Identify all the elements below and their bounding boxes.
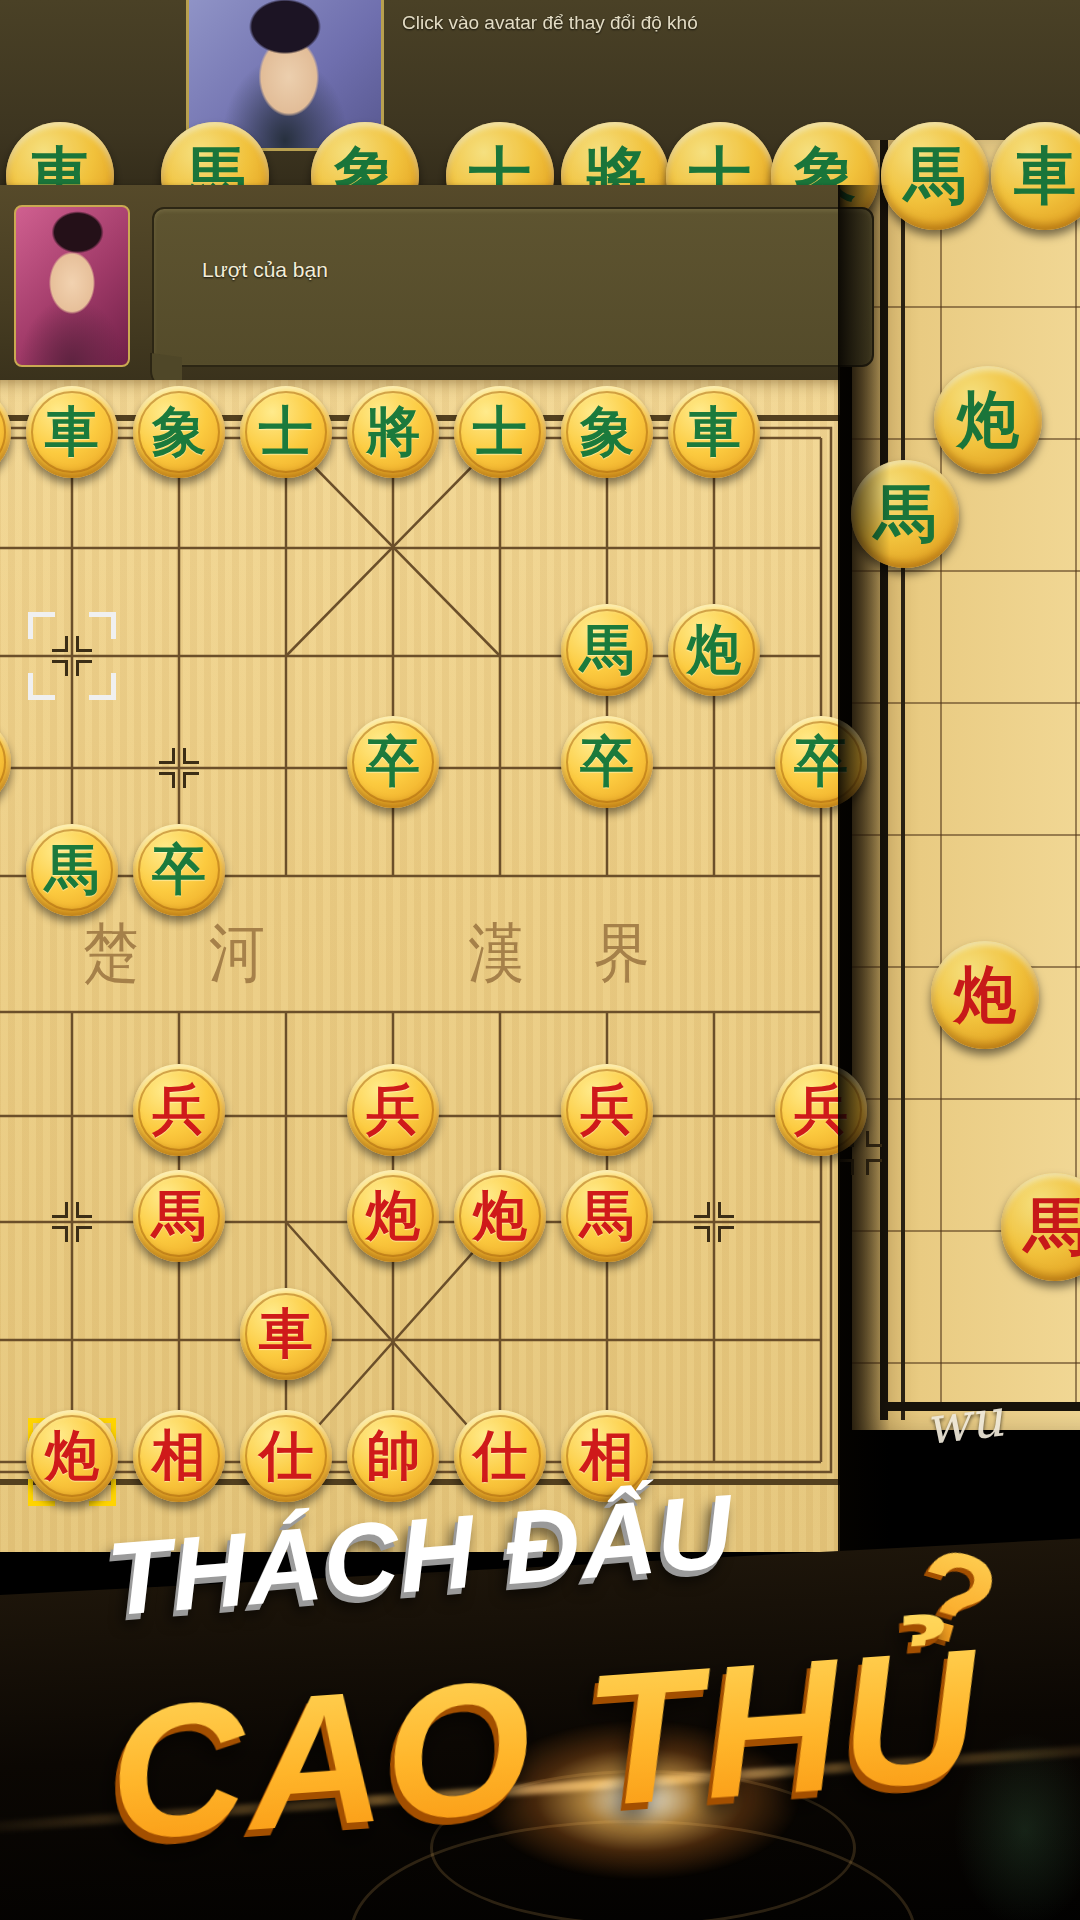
- piece-black-象[interactable]: 象: [133, 386, 225, 478]
- piece-black-馬[interactable]: 馬: [561, 604, 653, 696]
- piece-red-兵[interactable]: 兵: [561, 1064, 653, 1156]
- river-label-right: 漢 界: [468, 910, 676, 997]
- player-avatar[interactable]: [14, 205, 130, 367]
- point-marker: [52, 1202, 92, 1242]
- piece-black-炮[interactable]: 炮: [668, 604, 760, 696]
- turn-bubble-text: Lượt của bạn: [202, 258, 328, 282]
- piece-black-卒[interactable]: 卒: [133, 824, 225, 916]
- piece-red-車[interactable]: 車: [240, 1288, 332, 1380]
- piece-red-馬[interactable]: 馬: [133, 1170, 225, 1262]
- piece-red-炮[interactable]: 炮: [454, 1170, 546, 1262]
- piece-black-士[interactable]: 士: [240, 386, 332, 478]
- piece-black-象[interactable]: 象: [561, 386, 653, 478]
- xiangqi-board[interactable]: 楚 河 漢 界 炮車象士將士象車馬炮卒卒卒卒馬卒兵兵兵兵馬炮炮馬車炮相仕帥仕相: [0, 380, 840, 1552]
- piece-red-兵[interactable]: 兵: [133, 1064, 225, 1156]
- piece-black-士[interactable]: 士: [454, 386, 546, 478]
- background-board-border-inner: [901, 140, 905, 1420]
- piece-red-帥[interactable]: 帥: [347, 1410, 439, 1502]
- background-piece-red-炮: 炮: [931, 941, 1039, 1049]
- piece-red-相[interactable]: 相: [133, 1410, 225, 1502]
- piece-red-炮[interactable]: 炮: [26, 1410, 118, 1502]
- piece-red-兵[interactable]: 兵: [347, 1064, 439, 1156]
- hint-bubble-text: Click vào avatar để thay đổi độ khó: [402, 12, 698, 34]
- last-move-from-highlight: [28, 612, 116, 700]
- piece-red-炮[interactable]: 炮: [347, 1170, 439, 1262]
- piece-black-車[interactable]: 車: [668, 386, 760, 478]
- piece-black-卒[interactable]: 卒: [561, 716, 653, 808]
- piece-black-馬[interactable]: 馬: [26, 824, 118, 916]
- panel-edge-shadow: [838, 185, 890, 1565]
- turn-bubble: [152, 207, 874, 367]
- background-piece-black-馬: 馬: [881, 122, 989, 230]
- background-grid-line: [940, 180, 942, 1410]
- signature-text: wu: [922, 1387, 1007, 1456]
- point-marker: [694, 1202, 734, 1242]
- piece-black-卒[interactable]: 卒: [347, 716, 439, 808]
- piece-black-車[interactable]: 車: [26, 386, 118, 478]
- background-piece-black-炮: 炮: [934, 366, 1042, 474]
- point-marker: [159, 748, 199, 788]
- piece-red-仕[interactable]: 仕: [240, 1410, 332, 1502]
- river-label-left: 楚 河: [83, 910, 291, 997]
- piece-red-馬[interactable]: 馬: [561, 1170, 653, 1262]
- piece-black-將[interactable]: 將: [347, 386, 439, 478]
